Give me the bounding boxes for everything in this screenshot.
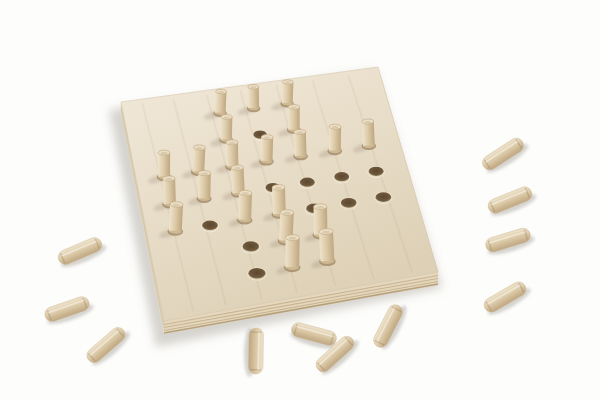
peg-r6c3[interactable]: [285, 235, 299, 271]
peg-body: [329, 127, 341, 151]
peg-r0c4[interactable]: [282, 80, 294, 106]
peg-r2c5[interactable]: [329, 124, 341, 153]
hole-r6c2[interactable]: [248, 268, 265, 279]
hole-r4c5[interactable]: [341, 198, 357, 208]
peg-r0c2[interactable]: [214, 89, 226, 115]
peg-body: [282, 82, 294, 104]
peg-top-chamfer: [161, 152, 168, 154]
peg-r1c4[interactable]: [288, 105, 299, 132]
peg-r1c2[interactable]: [220, 114, 232, 142]
peg-r2c6[interactable]: [362, 119, 375, 149]
peg-body: [226, 142, 238, 166]
peg-r0c3[interactable]: [248, 84, 259, 110]
hole-r4c6[interactable]: [376, 192, 392, 202]
peg-body: [215, 91, 227, 113]
hole-r5c2[interactable]: [243, 241, 259, 251]
peg-r6c4[interactable]: [319, 228, 335, 264]
loose-peg-8: [244, 328, 264, 377]
peg-r4c0[interactable]: [169, 201, 183, 234]
peg-body: [231, 167, 245, 193]
peg-body: [238, 193, 252, 220]
hole-r4c1[interactable]: [202, 221, 218, 231]
peg-r2c1[interactable]: [192, 145, 205, 175]
peg-body: [294, 132, 307, 156]
peg-r2c0[interactable]: [158, 150, 170, 179]
peg-body: [248, 87, 259, 108]
peg-r2c2[interactable]: [226, 140, 238, 169]
peg-r2c4[interactable]: [294, 129, 307, 158]
peg-body: [261, 137, 274, 161]
peg-body: [319, 231, 334, 261]
peg-body: [192, 147, 205, 171]
peg-r3c1[interactable]: [198, 170, 211, 201]
peg-body: [198, 173, 211, 199]
product-photo-scene: [0, 0, 600, 400]
peg-r2c3[interactable]: [260, 134, 273, 163]
loose-peg-highlight: [258, 332, 259, 370]
loose-peg-body: [248, 328, 263, 374]
peg-body: [169, 204, 183, 231]
peg-solitaire-board-photo: [0, 0, 600, 400]
peg-top-chamfer: [291, 106, 297, 108]
peg-r4c2[interactable]: [238, 190, 252, 223]
peg-body: [220, 117, 232, 140]
hole-r3c4[interactable]: [300, 178, 315, 187]
peg-body: [362, 121, 375, 145]
peg-body: [163, 178, 176, 204]
hole-r3c5[interactable]: [334, 172, 349, 181]
peg-body: [285, 238, 299, 268]
peg-body: [158, 153, 170, 177]
hole-r3c6[interactable]: [369, 167, 384, 176]
peg-body: [288, 107, 299, 130]
